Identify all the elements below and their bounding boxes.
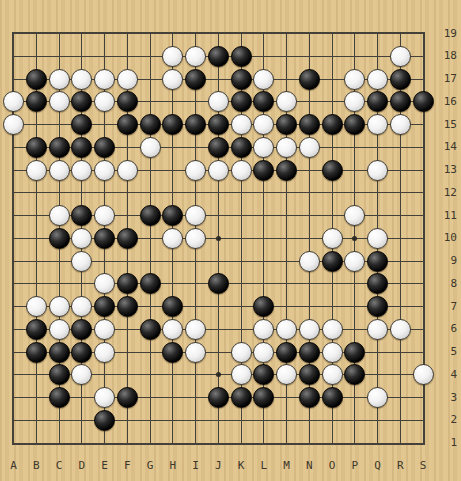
- white-stone-I10[interactable]: [185, 228, 206, 249]
- black-stone-B17[interactable]: [26, 69, 47, 90]
- white-stone-D10[interactable]: [71, 228, 92, 249]
- row-label-17: 17: [440, 72, 457, 85]
- white-stone-Q6[interactable]: [367, 319, 388, 340]
- black-stone-F15[interactable]: [117, 114, 138, 135]
- white-stone-Q15[interactable]: [367, 114, 388, 135]
- white-stone-I6[interactable]: [185, 319, 206, 340]
- black-stone-K14[interactable]: [231, 137, 252, 158]
- column-label-E: E: [95, 459, 115, 472]
- black-stone-E2[interactable]: [94, 410, 115, 431]
- white-stone-I13[interactable]: [185, 160, 206, 181]
- black-stone-F16[interactable]: [117, 91, 138, 112]
- black-stone-K18[interactable]: [231, 46, 252, 67]
- black-stone-P5[interactable]: [344, 342, 365, 363]
- star-point-P10: [352, 236, 357, 241]
- black-stone-M5[interactable]: [276, 342, 297, 363]
- black-stone-M13[interactable]: [276, 160, 297, 181]
- row-label-11: 11: [440, 209, 457, 222]
- white-stone-A15[interactable]: [3, 114, 24, 135]
- white-stone-N6[interactable]: [299, 319, 320, 340]
- row-label-12: 12: [440, 186, 457, 199]
- black-stone-Q9[interactable]: [367, 251, 388, 272]
- row-label-3: 3: [440, 391, 457, 404]
- white-stone-H17[interactable]: [162, 69, 183, 90]
- white-stone-H10[interactable]: [162, 228, 183, 249]
- column-label-K: K: [231, 459, 251, 472]
- black-stone-B6[interactable]: [26, 319, 47, 340]
- black-stone-C4[interactable]: [49, 364, 70, 385]
- white-stone-H18[interactable]: [162, 46, 183, 67]
- white-stone-I18[interactable]: [185, 46, 206, 67]
- row-label-19: 19: [440, 27, 457, 40]
- white-stone-C13[interactable]: [49, 160, 70, 181]
- white-stone-D17[interactable]: [71, 69, 92, 90]
- white-stone-N14[interactable]: [299, 137, 320, 158]
- go-board: ABCDEFGHIJKLMNOPQRS191817161514131211109…: [0, 0, 461, 481]
- white-stone-E11[interactable]: [94, 205, 115, 226]
- black-stone-C5[interactable]: [49, 342, 70, 363]
- black-stone-K16[interactable]: [231, 91, 252, 112]
- white-stone-Q17[interactable]: [367, 69, 388, 90]
- white-stone-D9[interactable]: [71, 251, 92, 272]
- black-stone-D6[interactable]: [71, 319, 92, 340]
- black-stone-I17[interactable]: [185, 69, 206, 90]
- black-stone-D14[interactable]: [71, 137, 92, 158]
- white-stone-C11[interactable]: [49, 205, 70, 226]
- white-stone-P17[interactable]: [344, 69, 365, 90]
- white-stone-C7[interactable]: [49, 296, 70, 317]
- row-label-9: 9: [440, 254, 457, 267]
- column-label-L: L: [254, 459, 274, 472]
- column-label-M: M: [277, 459, 297, 472]
- white-stone-D13[interactable]: [71, 160, 92, 181]
- black-stone-E14[interactable]: [94, 137, 115, 158]
- black-stone-J8[interactable]: [208, 273, 229, 294]
- white-stone-O6[interactable]: [322, 319, 343, 340]
- black-stone-E7[interactable]: [94, 296, 115, 317]
- black-stone-O15[interactable]: [322, 114, 343, 135]
- black-stone-G15[interactable]: [140, 114, 161, 135]
- black-stone-F7[interactable]: [117, 296, 138, 317]
- column-label-G: G: [140, 459, 160, 472]
- white-stone-Q3[interactable]: [367, 387, 388, 408]
- black-stone-O9[interactable]: [322, 251, 343, 272]
- black-stone-N3[interactable]: [299, 387, 320, 408]
- white-stone-E5[interactable]: [94, 342, 115, 363]
- white-stone-R6[interactable]: [390, 319, 411, 340]
- white-stone-R15[interactable]: [390, 114, 411, 135]
- column-label-O: O: [322, 459, 342, 472]
- white-stone-N9[interactable]: [299, 251, 320, 272]
- white-stone-F13[interactable]: [117, 160, 138, 181]
- black-stone-J15[interactable]: [208, 114, 229, 135]
- black-stone-K17[interactable]: [231, 69, 252, 90]
- white-stone-J13[interactable]: [208, 160, 229, 181]
- black-stone-F8[interactable]: [117, 273, 138, 294]
- column-label-R: R: [390, 459, 410, 472]
- black-stone-J18[interactable]: [208, 46, 229, 67]
- column-label-Q: Q: [368, 459, 388, 472]
- row-label-5: 5: [440, 345, 457, 358]
- column-label-B: B: [26, 459, 46, 472]
- black-stone-N4[interactable]: [299, 364, 320, 385]
- white-stone-S4[interactable]: [413, 364, 434, 385]
- column-label-P: P: [345, 459, 365, 472]
- white-stone-C17[interactable]: [49, 69, 70, 90]
- white-stone-C6[interactable]: [49, 319, 70, 340]
- black-stone-R17[interactable]: [390, 69, 411, 90]
- row-label-13: 13: [440, 163, 457, 176]
- white-stone-L5[interactable]: [253, 342, 274, 363]
- row-label-15: 15: [440, 118, 457, 131]
- black-stone-L13[interactable]: [253, 160, 274, 181]
- black-stone-J14[interactable]: [208, 137, 229, 158]
- row-label-2: 2: [440, 413, 457, 426]
- white-stone-K13[interactable]: [231, 160, 252, 181]
- row-label-6: 6: [440, 322, 457, 335]
- column-label-S: S: [413, 459, 433, 472]
- row-label-10: 10: [440, 231, 457, 244]
- white-stone-C16[interactable]: [49, 91, 70, 112]
- white-stone-K15[interactable]: [231, 114, 252, 135]
- white-stone-E13[interactable]: [94, 160, 115, 181]
- column-label-A: A: [4, 459, 24, 472]
- black-stone-N15[interactable]: [299, 114, 320, 135]
- black-stone-I15[interactable]: [185, 114, 206, 135]
- white-stone-O5[interactable]: [322, 342, 343, 363]
- black-stone-N17[interactable]: [299, 69, 320, 90]
- black-stone-G6[interactable]: [140, 319, 161, 340]
- white-stone-E17[interactable]: [94, 69, 115, 90]
- white-stone-F17[interactable]: [117, 69, 138, 90]
- column-label-C: C: [49, 459, 69, 472]
- white-stone-Q10[interactable]: [367, 228, 388, 249]
- black-stone-E10[interactable]: [94, 228, 115, 249]
- black-stone-C14[interactable]: [49, 137, 70, 158]
- column-label-H: H: [163, 459, 183, 472]
- black-stone-B5[interactable]: [26, 342, 47, 363]
- black-stone-G8[interactable]: [140, 273, 161, 294]
- white-stone-B13[interactable]: [26, 160, 47, 181]
- black-stone-B16[interactable]: [26, 91, 47, 112]
- black-stone-B14[interactable]: [26, 137, 47, 158]
- column-label-F: F: [117, 459, 137, 472]
- white-stone-L14[interactable]: [253, 137, 274, 158]
- star-point-J10: [216, 236, 221, 241]
- white-stone-I11[interactable]: [185, 205, 206, 226]
- row-label-8: 8: [440, 277, 457, 290]
- row-label-14: 14: [440, 140, 457, 153]
- black-stone-G11[interactable]: [140, 205, 161, 226]
- white-stone-O4[interactable]: [322, 364, 343, 385]
- black-stone-M15[interactable]: [276, 114, 297, 135]
- white-stone-Q13[interactable]: [367, 160, 388, 181]
- black-stone-C3[interactable]: [49, 387, 70, 408]
- column-label-N: N: [299, 459, 319, 472]
- black-stone-N5[interactable]: [299, 342, 320, 363]
- row-label-4: 4: [440, 368, 457, 381]
- black-stone-C10[interactable]: [49, 228, 70, 249]
- white-stone-E6[interactable]: [94, 319, 115, 340]
- white-stone-G14[interactable]: [140, 137, 161, 158]
- black-stone-O3[interactable]: [322, 387, 343, 408]
- star-point-J4: [216, 372, 221, 377]
- black-stone-F3[interactable]: [117, 387, 138, 408]
- white-stone-O10[interactable]: [322, 228, 343, 249]
- black-stone-R16[interactable]: [390, 91, 411, 112]
- column-label-J: J: [208, 459, 228, 472]
- white-stone-J16[interactable]: [208, 91, 229, 112]
- row-label-18: 18: [440, 49, 457, 62]
- white-stone-I5[interactable]: [185, 342, 206, 363]
- black-stone-S16[interactable]: [413, 91, 434, 112]
- black-stone-Q7[interactable]: [367, 296, 388, 317]
- black-stone-F10[interactable]: [117, 228, 138, 249]
- white-stone-H6[interactable]: [162, 319, 183, 340]
- black-stone-J3[interactable]: [208, 387, 229, 408]
- white-stone-M14[interactable]: [276, 137, 297, 158]
- white-stone-M6[interactable]: [276, 319, 297, 340]
- white-stone-L17[interactable]: [253, 69, 274, 90]
- white-stone-K5[interactable]: [231, 342, 252, 363]
- white-stone-B7[interactable]: [26, 296, 47, 317]
- white-stone-K4[interactable]: [231, 364, 252, 385]
- white-stone-E3[interactable]: [94, 387, 115, 408]
- black-stone-H5[interactable]: [162, 342, 183, 363]
- row-label-16: 16: [440, 95, 457, 108]
- white-stone-L6[interactable]: [253, 319, 274, 340]
- black-stone-K3[interactable]: [231, 387, 252, 408]
- row-label-7: 7: [440, 300, 457, 313]
- white-stone-P9[interactable]: [344, 251, 365, 272]
- white-stone-R18[interactable]: [390, 46, 411, 67]
- column-label-I: I: [186, 459, 206, 472]
- column-label-D: D: [72, 459, 92, 472]
- black-stone-O13[interactable]: [322, 160, 343, 181]
- row-label-1: 1: [440, 436, 457, 449]
- black-stone-D5[interactable]: [71, 342, 92, 363]
